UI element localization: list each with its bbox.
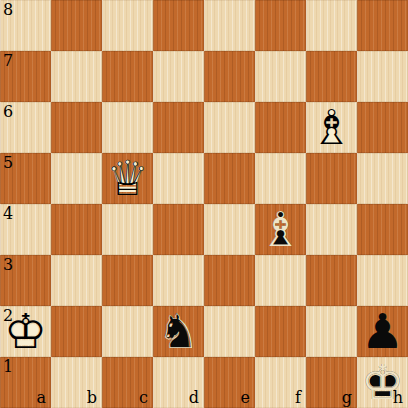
square-d3[interactable] bbox=[153, 255, 204, 306]
square-h8[interactable] bbox=[357, 0, 408, 51]
square-c3[interactable] bbox=[102, 255, 153, 306]
square-e5[interactable] bbox=[204, 153, 255, 204]
square-g5[interactable] bbox=[306, 153, 357, 204]
queen-glyph-outline: ♕ bbox=[102, 153, 153, 204]
square-b6[interactable] bbox=[51, 102, 102, 153]
square-f8[interactable] bbox=[255, 0, 306, 51]
square-d6[interactable] bbox=[153, 102, 204, 153]
square-c7[interactable] bbox=[102, 51, 153, 102]
rank-label-3: 3 bbox=[3, 257, 13, 273]
file-label-f: f bbox=[255, 390, 301, 406]
rank-label-8: 8 bbox=[3, 2, 13, 18]
square-g6[interactable]: ♝♗ bbox=[306, 102, 357, 153]
square-d8[interactable] bbox=[153, 0, 204, 51]
square-d5[interactable] bbox=[153, 153, 204, 204]
square-h4[interactable] bbox=[357, 204, 408, 255]
square-b7[interactable] bbox=[51, 51, 102, 102]
file-label-a: a bbox=[0, 390, 46, 406]
file-label-e: e bbox=[204, 390, 250, 406]
square-e6[interactable] bbox=[204, 102, 255, 153]
bishop-glyph-outline: ♗ bbox=[255, 204, 306, 255]
file-label-g: g bbox=[306, 390, 352, 406]
square-c4[interactable] bbox=[102, 204, 153, 255]
square-e3[interactable] bbox=[204, 255, 255, 306]
square-d4[interactable] bbox=[153, 204, 204, 255]
square-g8[interactable] bbox=[306, 0, 357, 51]
square-e7[interactable] bbox=[204, 51, 255, 102]
square-d2[interactable]: ♞♘ bbox=[153, 306, 204, 357]
square-c5[interactable]: ♛♕ bbox=[102, 153, 153, 204]
square-c2[interactable] bbox=[102, 306, 153, 357]
square-h5[interactable] bbox=[357, 153, 408, 204]
square-f6[interactable] bbox=[255, 102, 306, 153]
file-label-c: c bbox=[102, 390, 148, 406]
chess-board: ♝♗♛♕♝♗♚♔♞♘♟♚♔87654321abcdefgh bbox=[0, 0, 408, 408]
rank-label-1: 1 bbox=[3, 359, 13, 375]
square-f3[interactable] bbox=[255, 255, 306, 306]
square-c6[interactable] bbox=[102, 102, 153, 153]
square-e2[interactable] bbox=[204, 306, 255, 357]
square-f7[interactable] bbox=[255, 51, 306, 102]
square-d7[interactable] bbox=[153, 51, 204, 102]
square-h6[interactable] bbox=[357, 102, 408, 153]
file-label-b: b bbox=[51, 390, 97, 406]
rank-label-5: 5 bbox=[3, 155, 13, 171]
knight-glyph-outline: ♘ bbox=[153, 306, 204, 357]
square-c8[interactable] bbox=[102, 0, 153, 51]
square-f2[interactable] bbox=[255, 306, 306, 357]
square-h3[interactable] bbox=[357, 255, 408, 306]
file-label-h: h bbox=[357, 390, 403, 406]
rank-label-4: 4 bbox=[3, 206, 13, 222]
square-b8[interactable] bbox=[51, 0, 102, 51]
square-h2[interactable]: ♟ bbox=[357, 306, 408, 357]
file-label-d: d bbox=[153, 390, 199, 406]
black-knight-d2[interactable]: ♞♘ bbox=[153, 306, 204, 357]
pawn-glyph-fill: ♟ bbox=[357, 306, 408, 357]
rank-label-7: 7 bbox=[3, 53, 13, 69]
square-f5[interactable] bbox=[255, 153, 306, 204]
square-f4[interactable]: ♝♗ bbox=[255, 204, 306, 255]
rank-label-6: 6 bbox=[3, 104, 13, 120]
white-bishop-g6[interactable]: ♝♗ bbox=[306, 102, 357, 153]
square-b4[interactable] bbox=[51, 204, 102, 255]
square-e4[interactable] bbox=[204, 204, 255, 255]
bishop-glyph-outline: ♗ bbox=[306, 102, 357, 153]
square-g4[interactable] bbox=[306, 204, 357, 255]
square-b5[interactable] bbox=[51, 153, 102, 204]
square-g2[interactable] bbox=[306, 306, 357, 357]
square-e8[interactable] bbox=[204, 0, 255, 51]
black-pawn-h2[interactable]: ♟ bbox=[357, 306, 408, 357]
square-b3[interactable] bbox=[51, 255, 102, 306]
black-bishop-f4[interactable]: ♝♗ bbox=[255, 204, 306, 255]
rank-label-2: 2 bbox=[3, 308, 13, 324]
square-h7[interactable] bbox=[357, 51, 408, 102]
chess-diagram: ♝♗♛♕♝♗♚♔♞♘♟♚♔87654321abcdefgh bbox=[0, 0, 408, 408]
square-g7[interactable] bbox=[306, 51, 357, 102]
square-b2[interactable] bbox=[51, 306, 102, 357]
white-queen-c5[interactable]: ♛♕ bbox=[102, 153, 153, 204]
square-g3[interactable] bbox=[306, 255, 357, 306]
